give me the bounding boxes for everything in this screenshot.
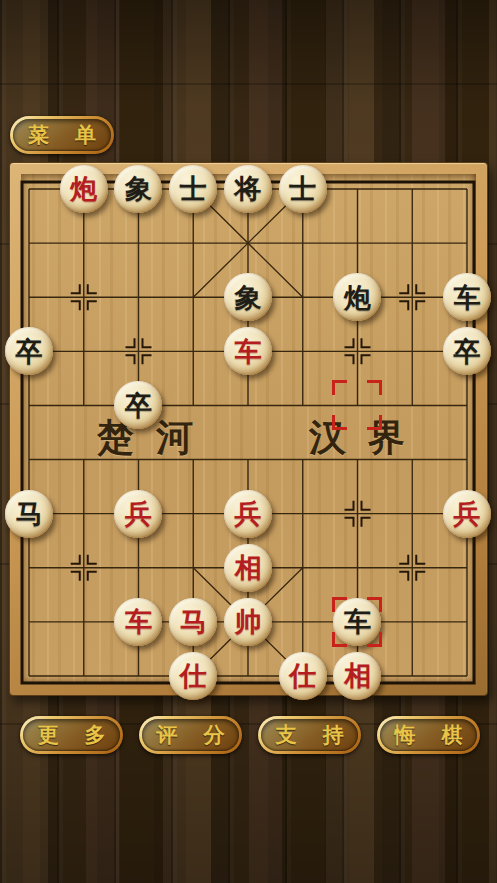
piece-black-soldier[interactable]: 卒 [114,381,162,429]
undo-button[interactable]: 悔棋 [377,716,480,754]
undo-button-label: 悔棋 [369,721,489,749]
more-button-label: 更多 [12,721,132,749]
piece-red-soldier[interactable]: 兵 [114,490,162,538]
piece-black-elephant[interactable]: 象 [224,273,272,321]
support-button-label: 支持 [250,721,370,749]
menu-button-face: 菜单 [13,119,111,151]
board-click-layer[interactable]: 炮象士将士象炮车卒车卒卒马兵兵兵相车马帅车仕仕相 [2,162,495,703]
piece-black-horse[interactable]: 马 [5,490,53,538]
more-button[interactable]: 更多 [20,716,123,754]
rate-button-face: 评分 [142,719,239,751]
piece-red-general[interactable]: 帅 [224,598,272,646]
undo-button-face: 悔棋 [380,719,477,751]
rate-button-label: 评分 [131,721,251,749]
piece-red-elephant[interactable]: 相 [333,652,381,700]
piece-black-elephant[interactable]: 象 [114,165,162,213]
support-button[interactable]: 支持 [258,716,361,754]
piece-red-soldier[interactable]: 兵 [443,490,491,538]
menu-button[interactable]: 菜单 [10,116,114,154]
piece-black-general[interactable]: 将 [224,165,272,213]
support-button-face: 支持 [261,719,358,751]
rate-button[interactable]: 评分 [139,716,242,754]
piece-red-advisor[interactable]: 仕 [279,652,327,700]
more-button-face: 更多 [23,719,120,751]
piece-red-chariot[interactable]: 车 [224,327,272,375]
piece-black-soldier[interactable]: 卒 [443,327,491,375]
piece-black-chariot[interactable]: 车 [443,273,491,321]
piece-black-soldier[interactable]: 卒 [5,327,53,375]
piece-black-advisor[interactable]: 士 [279,165,327,213]
piece-red-cannon[interactable]: 炮 [60,165,108,213]
game-screen: 菜单 楚河 汉界 炮象士将士象炮车卒车卒卒马兵兵兵相车马帅车仕仕相 更多 评分 … [0,0,497,883]
last-move-marker [332,380,382,430]
piece-red-soldier[interactable]: 兵 [224,490,272,538]
piece-red-horse[interactable]: 马 [169,598,217,646]
bottom-toolbar: 更多 评分 支持 悔棋 [20,716,480,754]
piece-red-advisor[interactable]: 仕 [169,652,217,700]
piece-black-advisor[interactable]: 士 [169,165,217,213]
piece-red-chariot[interactable]: 车 [114,598,162,646]
piece-black-cannon[interactable]: 炮 [333,273,381,321]
xiangqi-board[interactable]: 楚河 汉界 炮象士将士象炮车卒车卒卒马兵兵兵相车马帅车仕仕相 [9,162,488,696]
last-move-marker [332,597,382,647]
piece-red-elephant[interactable]: 相 [224,544,272,592]
menu-button-label: 菜单 [2,121,122,149]
